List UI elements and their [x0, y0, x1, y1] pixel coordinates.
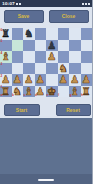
status-bar-right	[82, 3, 90, 5]
square-g2[interactable]: ♟	[69, 74, 81, 86]
piece-white-rook-h1[interactable]: ♜	[81, 86, 93, 98]
square-e6[interactable]	[46, 28, 58, 40]
square-e4[interactable]: ♟	[46, 51, 58, 63]
square-g5[interactable]	[69, 40, 81, 52]
chess-board[interactable]: 6♜♞5♟4♝♟3♞2♟♟♟♟♟♟♟1a♜b♞c♝d♟e♚fg♝h♜	[0, 28, 92, 97]
piece-white-bishop-c1[interactable]: ♝	[23, 86, 35, 98]
square-e3[interactable]	[46, 63, 58, 75]
square-b1[interactable]: b♞	[12, 86, 24, 98]
wifi-icon	[82, 3, 84, 5]
square-d1[interactable]: d♟	[35, 86, 47, 98]
piece-white-pawn-b2[interactable]: ♟	[12, 74, 24, 86]
square-b2[interactable]: ♟	[12, 74, 24, 86]
square-a4[interactable]: 4♝	[0, 51, 12, 63]
rank-label-5: 5	[1, 40, 3, 43]
square-e2[interactable]	[46, 74, 58, 86]
square-d4[interactable]	[35, 51, 47, 63]
square-b4[interactable]	[12, 51, 24, 63]
square-f4[interactable]	[58, 51, 70, 63]
status-bar: 10:07	[0, 0, 92, 7]
reset-button[interactable]: Reset	[56, 104, 91, 116]
square-b5[interactable]	[12, 40, 24, 52]
piece-white-pawn-h2[interactable]: ♟	[81, 74, 93, 86]
battery-icon	[88, 3, 90, 5]
square-c1[interactable]: c♝	[23, 86, 35, 98]
square-e1[interactable]: e♚	[46, 86, 58, 98]
reset-button-label: Reset	[66, 108, 80, 113]
rank-label-3: 3	[1, 63, 3, 66]
piece-white-king-e1[interactable]: ♚	[46, 86, 58, 98]
start-button[interactable]: Start	[4, 104, 40, 116]
square-g4[interactable]	[69, 51, 81, 63]
square-h5[interactable]	[81, 40, 93, 52]
file-label-f: f	[58, 94, 59, 97]
square-c6[interactable]: ♞	[23, 28, 35, 40]
square-f2[interactable]: ♟	[58, 74, 70, 86]
status-time: 10:07	[2, 2, 15, 6]
piece-white-knight-b1[interactable]: ♞	[12, 86, 24, 98]
piece-white-pawn-d1[interactable]: ♟	[35, 86, 47, 98]
start-button-label: Start	[16, 108, 27, 113]
close-button[interactable]: Close	[49, 10, 89, 23]
square-f1[interactable]: f	[58, 86, 70, 98]
square-b6[interactable]	[12, 28, 24, 40]
piece-white-bishop-g1[interactable]: ♝	[69, 86, 81, 98]
piece-black-rook-a6[interactable]: ♜	[0, 28, 12, 40]
square-a6[interactable]: 6♜	[0, 28, 12, 40]
piece-white-pawn-a2[interactable]: ♟	[0, 74, 12, 86]
notification-icon	[19, 3, 21, 5]
piece-white-bishop-a4[interactable]: ♝	[0, 51, 12, 63]
close-button-label: Close	[62, 14, 76, 19]
square-c2[interactable]: ♟	[23, 74, 35, 86]
square-h1[interactable]: h♜	[81, 86, 93, 98]
piece-white-rook-a1[interactable]: ♜	[0, 86, 12, 98]
status-bar-left: 10:07	[2, 2, 21, 6]
piece-white-pawn-e4[interactable]: ♟	[46, 51, 58, 63]
piece-white-pawn-f2[interactable]: ♟	[58, 74, 70, 86]
square-c4[interactable]	[23, 51, 35, 63]
home-indicator[interactable]	[38, 179, 54, 181]
square-c5[interactable]	[23, 40, 35, 52]
notification-icon	[16, 3, 18, 5]
square-a2[interactable]: 2♟	[0, 74, 12, 86]
piece-white-pawn-d2[interactable]: ♟	[35, 74, 47, 86]
square-g6[interactable]	[69, 28, 81, 40]
piece-white-pawn-c2[interactable]: ♟	[23, 74, 35, 86]
square-d2[interactable]: ♟	[35, 74, 47, 86]
square-h4[interactable]	[81, 51, 93, 63]
app-screen: 10:07 Save Close 6♜♞5♟4♝♟3♞2♟♟♟♟♟♟♟1a♜b♞…	[0, 0, 92, 184]
square-g1[interactable]: g♝	[69, 86, 81, 98]
square-a1[interactable]: 1a♜	[0, 86, 12, 98]
square-h2[interactable]: ♟	[81, 74, 93, 86]
square-h6[interactable]	[81, 28, 93, 40]
piece-white-pawn-g2[interactable]: ♟	[69, 74, 81, 86]
square-d6[interactable]	[35, 28, 47, 40]
piece-black-knight-c6[interactable]: ♞	[23, 28, 35, 40]
save-button[interactable]: Save	[4, 10, 44, 23]
save-button-label: Save	[18, 14, 30, 19]
square-f6[interactable]	[58, 28, 70, 40]
square-f5[interactable]	[58, 40, 70, 52]
square-d5[interactable]	[35, 40, 47, 52]
signal-icon	[85, 3, 87, 5]
